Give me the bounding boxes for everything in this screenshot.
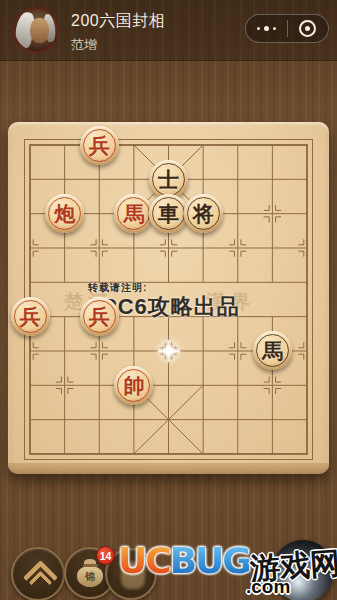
dark-sphere-logo-piece — [272, 540, 334, 600]
piece-red-炮[interactable]: 炮 — [45, 194, 84, 233]
title-box: 200六国封相 范增 — [71, 11, 165, 54]
more-dots-icon — [257, 27, 261, 31]
money-bag-icon: 锦 — [77, 566, 103, 587]
page-title: 200六国封相 — [71, 11, 165, 32]
pc6-watermark: PC6攻略出品 — [102, 292, 240, 322]
piece-black-車[interactable]: 車 — [149, 194, 188, 233]
avatar — [13, 7, 59, 53]
piece-red-帥[interactable]: 帥 — [114, 366, 153, 405]
wechat-capsule — [245, 14, 329, 43]
target-circle-icon — [299, 20, 316, 37]
piece-black-士[interactable]: 士 — [149, 160, 188, 199]
avatar-face — [30, 18, 49, 43]
ucbug-bug-text: BUG — [170, 543, 250, 579]
piece-red-兵[interactable]: 兵 — [80, 126, 119, 165]
piece-black-将[interactable]: 将 — [184, 194, 223, 233]
more-dots-icon — [264, 26, 270, 32]
sparkle-effect — [161, 343, 177, 359]
page-subtitle: 范增 — [71, 36, 165, 54]
bag-count-badge: 14 — [96, 546, 115, 565]
piece-red-馬[interactable]: 馬 — [114, 194, 153, 233]
piece-black-馬[interactable]: 馬 — [253, 331, 292, 370]
top-bar: 200六国封相 范增 — [0, 0, 337, 61]
tool-icon — [121, 562, 145, 589]
close-minimize-button[interactable] — [288, 15, 329, 42]
piece-red-兵[interactable]: 兵 — [11, 297, 50, 336]
piece-red-兵[interactable]: 兵 — [80, 297, 119, 336]
more-dots-icon — [273, 27, 277, 31]
more-button[interactable] — [246, 15, 287, 42]
expand-button[interactable] — [11, 547, 65, 600]
